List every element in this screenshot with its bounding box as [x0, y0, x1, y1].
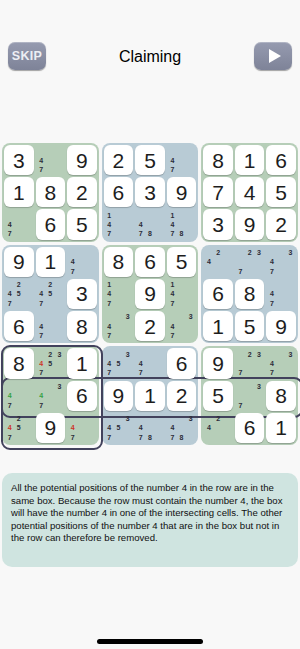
cell-r9c5[interactable]: 478	[135, 413, 165, 443]
candidate-4: 4	[105, 289, 114, 298]
candidate-4: 4	[136, 423, 145, 432]
candidate-5: 5	[46, 289, 55, 298]
cell-value: 2	[113, 150, 125, 171]
pencil-marks: 47	[168, 146, 196, 174]
cell-r1c8[interactable]: 1	[235, 145, 265, 175]
candidate-2: 2	[214, 414, 223, 423]
candidate-4: 4	[37, 391, 46, 400]
cell-value: 6	[244, 417, 256, 438]
cell-r4c6[interactable]: 5	[167, 247, 197, 277]
candidate-2: 2	[14, 280, 23, 289]
pencil-marks: 2457	[5, 280, 33, 308]
cell-r7c5[interactable]: 47	[135, 348, 165, 378]
pencil-marks: 3457	[105, 349, 133, 377]
cell-r1c1[interactable]: 3	[4, 145, 34, 175]
candidate-7: 7	[5, 229, 14, 238]
pencil-marks: 478	[136, 210, 164, 238]
candidate-7: 7	[267, 266, 276, 275]
cell-value: 8	[113, 251, 125, 272]
cell-r2c6[interactable]: 9	[167, 177, 197, 207]
candidate-7: 7	[105, 368, 114, 377]
pencil-marks: 47	[267, 280, 295, 308]
candidate-4: 4	[5, 391, 14, 400]
cell-value: 8	[44, 182, 56, 203]
cell-value: 2	[176, 385, 188, 406]
candidate-4: 4	[168, 289, 177, 298]
cell-r3c6[interactable]: 1478	[167, 209, 197, 239]
cell-r5c1[interactable]: 2457	[4, 279, 34, 309]
cell-r4c4[interactable]: 8	[104, 247, 134, 277]
cell-r2c8[interactable]: 4	[235, 177, 265, 207]
candidate-1: 1	[105, 210, 114, 219]
candidate-4: 4	[168, 220, 177, 229]
cell-r6c3[interactable]: 8	[67, 311, 97, 341]
candidate-7: 7	[37, 331, 46, 340]
explanation-panel: All the potential positions of the numbe…	[2, 473, 298, 567]
cell-value: 9	[44, 417, 56, 438]
candidate-2: 2	[46, 349, 55, 358]
cell-r2c7[interactable]: 7	[203, 177, 233, 207]
cell-r4c1[interactable]: 9	[4, 247, 34, 277]
candidate-7: 7	[5, 400, 14, 409]
cell-value: 9	[244, 214, 256, 235]
cell-value: 7	[212, 182, 224, 203]
candidate-1: 1	[168, 210, 177, 219]
cell-r6c1[interactable]: 6	[4, 311, 34, 341]
cell-r3c7[interactable]: 3	[203, 209, 233, 239]
cell-value: 2	[76, 182, 88, 203]
candidate-3: 3	[123, 349, 132, 358]
cell-value: 2	[275, 214, 287, 235]
candidate-4: 4	[105, 359, 114, 368]
cell-r5c6[interactable]: 147	[167, 279, 197, 309]
candidate-7: 7	[267, 299, 276, 308]
box-7: 82345714734762457947	[2, 346, 99, 445]
cell-value: 9	[212, 353, 224, 374]
cell-r2c2[interactable]: 8	[36, 177, 66, 207]
cell-r6c2[interactable]: 47	[36, 311, 66, 341]
candidate-4: 4	[105, 322, 114, 331]
candidate-8: 8	[177, 433, 186, 442]
cell-r2c1[interactable]: 1	[4, 177, 34, 207]
cell-r4c7[interactable]: 24	[203, 247, 233, 277]
candidate-3: 3	[286, 349, 295, 358]
cell-r4c5[interactable]: 6	[135, 247, 165, 277]
cell-r3c2[interactable]: 6	[36, 209, 66, 239]
candidate-4: 4	[37, 289, 46, 298]
cell-r9c9[interactable]: 1	[266, 413, 296, 443]
play-icon	[269, 49, 281, 63]
cell-value: 8	[212, 150, 224, 171]
candidate-4: 4	[267, 257, 276, 266]
cell-value: 8	[13, 353, 25, 374]
candidate-7: 7	[168, 433, 177, 442]
box-9: 923734753782461	[201, 346, 298, 445]
candidate-7: 7	[168, 229, 177, 238]
cell-r9c3[interactable]: 47	[67, 413, 97, 443]
pencil-marks: 47	[37, 312, 65, 340]
cell-value: 8	[244, 283, 256, 304]
cell-value: 6	[176, 353, 188, 374]
cell-r6c6[interactable]: 347	[167, 311, 197, 341]
candidate-3: 3	[254, 382, 263, 391]
cell-r4c3[interactable]: 47	[67, 247, 97, 277]
box-8: 345747691234574783478	[102, 346, 199, 445]
pencil-marks: 147	[105, 280, 133, 308]
candidate-4: 4	[136, 220, 145, 229]
cell-r3c5[interactable]: 478	[135, 209, 165, 239]
candidate-5: 5	[14, 423, 23, 432]
cell-r8c2[interactable]: 347	[36, 381, 66, 411]
candidate-2: 2	[214, 248, 223, 257]
cell-r8c5[interactable]: 1	[135, 381, 165, 411]
cell-r1c5[interactable]: 5	[135, 145, 165, 175]
candidate-3: 3	[186, 312, 195, 321]
candidate-7: 7	[5, 433, 14, 442]
box-2: 25476391474781478	[102, 143, 199, 242]
cell-r6c5[interactable]: 2	[135, 311, 165, 341]
candidate-5: 5	[14, 289, 23, 298]
cell-r2c4[interactable]: 6	[104, 177, 134, 207]
candidate-4: 4	[105, 423, 114, 432]
cell-r5c3[interactable]: 3	[67, 279, 97, 309]
cell-value: 5	[244, 316, 256, 337]
pencil-marks: 478	[136, 414, 164, 442]
candidate-4: 4	[37, 322, 46, 331]
candidate-7: 7	[37, 400, 46, 409]
candidate-3: 3	[55, 382, 64, 391]
cell-r2c9[interactable]: 5	[266, 177, 296, 207]
cell-r1c3[interactable]: 9	[67, 145, 97, 175]
pencil-marks: 147	[168, 280, 196, 308]
candidate-4: 4	[5, 220, 14, 229]
candidate-7: 7	[105, 299, 114, 308]
candidate-4: 4	[168, 155, 177, 164]
cell-r7c3[interactable]: 1	[67, 348, 97, 378]
cell-r1c2[interactable]: 47	[36, 145, 66, 175]
pencil-marks: 237	[236, 349, 264, 377]
box-3: 816745392	[201, 143, 298, 242]
candidate-4: 4	[105, 220, 114, 229]
candidate-3: 3	[123, 414, 132, 423]
pencil-marks: 147	[105, 210, 133, 238]
candidate-7: 7	[105, 229, 114, 238]
candidate-4: 4	[37, 155, 46, 164]
cell-r1c9[interactable]: 6	[266, 145, 296, 175]
cell-r5c7[interactable]: 6	[203, 279, 233, 309]
candidate-3: 3	[286, 248, 295, 257]
pencil-marks: 237	[236, 248, 264, 276]
candidate-7: 7	[68, 266, 77, 275]
cell-r5c2[interactable]: 2457	[36, 279, 66, 309]
candidate-3: 3	[254, 248, 263, 257]
sudoku-board: 3479182476525476391474781478816745392914…	[2, 143, 298, 445]
candidate-7: 7	[136, 229, 145, 238]
cell-r9c1[interactable]: 2457	[4, 413, 34, 443]
cell-r6c9[interactable]: 9	[266, 311, 296, 341]
cell-r5c9[interactable]: 47	[266, 279, 296, 309]
cell-value: 6	[144, 251, 156, 272]
cell-r9c2[interactable]: 9	[36, 413, 66, 443]
candidate-7: 7	[267, 368, 276, 377]
cell-value: 8	[275, 385, 287, 406]
pencil-marks: 3457	[105, 414, 133, 442]
cell-r8c7[interactable]: 5	[203, 381, 233, 411]
pencil-marks: 37	[236, 382, 264, 410]
cell-value: 5	[144, 150, 156, 171]
candidate-2: 2	[245, 248, 254, 257]
candidate-8: 8	[177, 229, 186, 238]
candidate-2: 2	[245, 349, 254, 358]
candidate-3: 3	[123, 312, 132, 321]
cell-r2c3[interactable]: 2	[67, 177, 97, 207]
candidate-2: 2	[46, 280, 55, 289]
box-4: 91472457245736478	[2, 245, 99, 344]
pencil-marks: 2457	[5, 414, 33, 442]
cell-value: 1	[144, 385, 156, 406]
box-5: 86514791473472347	[102, 245, 199, 344]
cell-value: 1	[275, 417, 287, 438]
pencil-marks: 47	[5, 382, 33, 410]
cell-r6c8[interactable]: 5	[235, 311, 265, 341]
cell-value: 1	[76, 353, 88, 374]
cell-value: 3	[212, 214, 224, 235]
cell-r8c3[interactable]: 6	[67, 381, 97, 411]
candidate-7: 7	[236, 400, 245, 409]
cell-r3c3[interactable]: 5	[67, 209, 97, 239]
candidate-5: 5	[46, 359, 55, 368]
candidate-3: 3	[254, 349, 263, 358]
candidate-8: 8	[145, 433, 154, 442]
cell-r4c9[interactable]: 347	[266, 247, 296, 277]
header: SKIP Claiming	[0, 0, 300, 80]
cell-value: 1	[44, 251, 56, 272]
cell-r4c8[interactable]: 237	[235, 247, 265, 277]
cell-r2c5[interactable]: 3	[135, 177, 165, 207]
cell-value: 8	[76, 316, 88, 337]
candidate-4: 4	[267, 289, 276, 298]
cell-r7c8[interactable]: 237	[235, 348, 265, 378]
candidate-5: 5	[114, 423, 123, 432]
candidate-7: 7	[5, 299, 14, 308]
cell-r7c9[interactable]: 347	[266, 348, 296, 378]
cell-r1c6[interactable]: 47	[167, 145, 197, 175]
pencil-marks: 347	[37, 382, 65, 410]
candidate-7: 7	[105, 331, 114, 340]
candidate-7: 7	[136, 368, 145, 377]
candidate-4: 4	[136, 359, 145, 368]
cell-value: 1	[212, 316, 224, 337]
cell-r9c6[interactable]: 3478	[167, 413, 197, 443]
cell-r6c7[interactable]: 1	[203, 311, 233, 341]
candidate-7: 7	[37, 165, 46, 174]
explanation-text: All the potential positions of the numbe…	[11, 482, 289, 545]
candidate-7: 7	[168, 299, 177, 308]
cell-r9c7[interactable]: 24	[203, 413, 233, 443]
cell-r1c4[interactable]: 2	[104, 145, 134, 175]
cell-value: 3	[13, 150, 25, 171]
cell-r4c2[interactable]: 1	[36, 247, 66, 277]
pencil-marks: 347	[168, 312, 196, 340]
pencil-marks: 347	[267, 349, 295, 377]
candidate-4: 4	[37, 359, 46, 368]
candidate-8: 8	[145, 229, 154, 238]
cell-r8c4[interactable]: 9	[104, 381, 134, 411]
cell-r8c6[interactable]: 2	[167, 381, 197, 411]
cell-r3c8[interactable]: 9	[235, 209, 265, 239]
candidate-3: 3	[186, 414, 195, 423]
cell-r1c7[interactable]: 8	[203, 145, 233, 175]
cell-value: 6	[113, 182, 125, 203]
candidate-7: 7	[236, 266, 245, 275]
cell-r3c1[interactable]: 47	[4, 209, 34, 239]
candidate-3: 3	[55, 349, 64, 358]
box-1: 34791824765	[2, 143, 99, 242]
cell-value: 1	[244, 150, 256, 171]
cell-value: 5	[212, 385, 224, 406]
cell-value: 6	[44, 214, 56, 235]
cell-value: 5	[76, 214, 88, 235]
cell-value: 6	[13, 316, 25, 337]
pencil-marks: 347	[267, 248, 295, 276]
pencil-marks: 347	[105, 312, 133, 340]
candidate-4: 4	[204, 257, 213, 266]
candidate-7: 7	[68, 433, 77, 442]
cell-value: 3	[76, 283, 88, 304]
cell-r7c1[interactable]: 8	[4, 348, 34, 378]
candidate-1: 1	[105, 280, 114, 289]
cell-value: 9	[176, 182, 188, 203]
cell-r9c8[interactable]: 6	[235, 413, 265, 443]
candidate-4: 4	[68, 257, 77, 266]
cell-value: 9	[13, 251, 25, 272]
cell-r7c7[interactable]: 9	[203, 348, 233, 378]
candidate-5: 5	[114, 359, 123, 368]
candidate-2: 2	[14, 414, 23, 423]
candidate-4: 4	[168, 423, 177, 432]
box-6: 242373476847159	[201, 245, 298, 344]
candidate-4: 4	[5, 423, 14, 432]
cell-r7c6[interactable]: 6	[167, 348, 197, 378]
candidate-7: 7	[37, 299, 46, 308]
cell-value: 5	[275, 182, 287, 203]
candidate-7: 7	[168, 331, 177, 340]
cell-r8c8[interactable]: 37	[235, 381, 265, 411]
pencil-marks: 3478	[168, 414, 196, 442]
cell-r7c2[interactable]: 23457	[36, 348, 66, 378]
pencil-marks: 47	[68, 414, 96, 442]
cell-r8c1[interactable]: 47	[4, 381, 34, 411]
cell-value: 9	[144, 283, 156, 304]
pencil-marks: 47	[37, 146, 65, 174]
pencil-marks: 47	[136, 349, 164, 377]
pencil-marks: 24	[204, 248, 232, 276]
cell-r3c9[interactable]: 2	[266, 209, 296, 239]
cell-value: 9	[113, 385, 125, 406]
pencil-marks: 2457	[37, 280, 65, 308]
candidate-1: 1	[168, 280, 177, 289]
cell-r5c8[interactable]: 8	[235, 279, 265, 309]
cell-r8c9[interactable]: 8	[266, 381, 296, 411]
cell-value: 2	[144, 316, 156, 337]
pencil-marks: 47	[68, 248, 96, 276]
cell-value: 5	[176, 251, 188, 272]
cell-value: 6	[76, 385, 88, 406]
pencil-marks: 24	[204, 414, 232, 442]
candidate-4: 4	[204, 423, 213, 432]
cell-value: 3	[144, 182, 156, 203]
cell-r7c4[interactable]: 3457	[104, 348, 134, 378]
candidate-7: 7	[105, 433, 114, 442]
candidate-7: 7	[236, 368, 245, 377]
home-indicator[interactable]	[97, 639, 203, 644]
cell-value: 9	[76, 150, 88, 171]
cell-r9c4[interactable]: 3457	[104, 413, 134, 443]
next-button[interactable]	[254, 42, 292, 70]
pencil-marks: 23457	[37, 349, 65, 377]
candidate-4: 4	[267, 359, 276, 368]
candidate-7: 7	[136, 433, 145, 442]
cell-r5c5[interactable]: 9	[135, 279, 165, 309]
cell-value: 9	[275, 316, 287, 337]
candidate-4: 4	[5, 289, 14, 298]
pencil-marks: 1478	[168, 210, 196, 238]
candidate-4: 4	[68, 423, 77, 432]
cell-value: 6	[212, 283, 224, 304]
cell-r5c4[interactable]: 147	[104, 279, 134, 309]
cell-value: 1	[13, 182, 25, 203]
cell-value: 6	[275, 150, 287, 171]
candidate-7: 7	[37, 368, 46, 377]
cell-r3c4[interactable]: 147	[104, 209, 134, 239]
candidate-4: 4	[168, 322, 177, 331]
pencil-marks: 47	[5, 210, 33, 238]
candidate-7: 7	[168, 165, 177, 174]
cell-value: 4	[244, 182, 256, 203]
cell-r6c4[interactable]: 347	[104, 311, 134, 341]
